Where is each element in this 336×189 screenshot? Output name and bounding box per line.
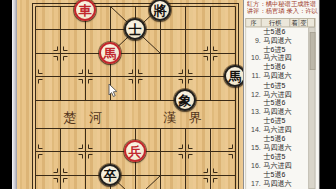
point-marker <box>229 155 233 159</box>
move-row[interactable]: 15.马四退六 <box>246 144 309 153</box>
move-text: 士5退6 <box>262 63 285 72</box>
point-marker <box>204 169 208 173</box>
point-marker <box>89 155 93 159</box>
move-text: 士5退6 <box>262 27 285 36</box>
point-marker <box>139 70 143 74</box>
point-marker <box>139 80 143 84</box>
point-marker <box>64 47 68 51</box>
move-number: 12. <box>246 90 262 99</box>
river-label: 楚 河 漢 界 <box>63 110 202 125</box>
move-number: 17. <box>246 180 262 189</box>
point-marker <box>189 155 193 159</box>
svg-text:河: 河 <box>89 110 102 125</box>
move-list-scrollbar[interactable] <box>308 27 315 189</box>
svg-text:楚: 楚 <box>63 110 76 125</box>
move-number <box>246 63 262 72</box>
column-header-stub <box>308 19 315 27</box>
point-marker <box>89 70 93 74</box>
move-text: 马六进四 <box>262 54 291 63</box>
point-marker <box>129 70 133 74</box>
commentary-info: 讲评：杨官璘 录入：许以 <box>247 8 318 16</box>
move-text: 士5退6 <box>262 135 285 144</box>
piece-black-general[interactable]: 將 <box>149 0 171 21</box>
piece-black-advisor[interactable]: 士 <box>124 18 146 40</box>
column-header-move: 行棋 <box>261 19 290 27</box>
point-marker <box>89 145 93 149</box>
point-marker <box>214 169 218 173</box>
point-marker <box>214 47 218 51</box>
point-marker <box>189 145 193 149</box>
move-text: 士5退6 <box>262 99 285 108</box>
move-number <box>246 45 262 54</box>
point-marker <box>89 80 93 84</box>
move-text: 马四退六 <box>262 108 291 117</box>
move-number: 11. <box>246 72 262 81</box>
xiangqi-board[interactable]: 楚 河 漢 界 車將士馬馬象兵卒 <box>17 0 243 189</box>
point-marker <box>54 57 58 61</box>
move-row[interactable]: 士5退6 <box>246 99 309 108</box>
mouse-cursor-icon <box>108 84 118 98</box>
move-row[interactable]: 士5退6 <box>246 135 309 144</box>
point-marker <box>64 169 68 173</box>
move-text: 马四退六 <box>262 72 291 81</box>
scrollbar-thumb[interactable] <box>310 32 316 70</box>
move-number <box>246 135 262 144</box>
point-marker <box>54 169 58 173</box>
move-number: 16. <box>246 162 262 171</box>
move-number <box>246 81 262 90</box>
point-marker <box>229 145 233 149</box>
point-marker <box>204 57 208 61</box>
point-marker <box>179 155 183 159</box>
move-number: 13. <box>246 108 262 117</box>
svg-text:漢: 漢 <box>163 110 176 125</box>
move-panel: 红方：橘中秘谱王成胜谱 讲评：杨官璘 录入：许以 序 行棋 着 变 士5退69.… <box>243 0 319 189</box>
move-row[interactable]: 9.马四退六 <box>246 36 309 45</box>
move-row[interactable]: 士5退6 <box>246 63 309 72</box>
point-marker <box>39 80 43 84</box>
move-row[interactable]: 士6进5 <box>246 81 309 90</box>
move-row[interactable]: 12.马六进四 <box>246 90 309 99</box>
move-row[interactable]: 士6进5 <box>246 45 309 54</box>
move-row[interactable]: 士5退6 <box>246 27 309 36</box>
column-header-notes: 着 <box>290 19 300 27</box>
move-text: 士6进5 <box>262 117 285 126</box>
move-text: 马四退六 <box>262 144 291 153</box>
move-number: 9. <box>246 36 262 45</box>
point-marker <box>214 179 218 183</box>
move-number: 14. <box>246 126 262 135</box>
move-text: 马四退六 <box>262 180 291 189</box>
red-player-info: 红方：橘中秘谱王成胜谱 <box>247 0 318 8</box>
piece-black-soldier[interactable]: 卒 <box>99 164 121 186</box>
move-number <box>246 153 262 162</box>
move-row[interactable]: 14.马六进四 <box>246 126 309 135</box>
move-list[interactable]: 士5退69.马四退六士6进510.马六进四士5退611.马四退六士6进512.马… <box>245 27 309 189</box>
piece-red-chariot[interactable]: 車 <box>74 0 96 21</box>
move-text: 士6进5 <box>262 153 285 162</box>
move-number: 15. <box>246 144 262 153</box>
point-marker <box>204 179 208 183</box>
piece-red-soldier[interactable]: 兵 <box>124 140 146 162</box>
move-row[interactable]: 士5退6 <box>246 171 309 180</box>
point-marker <box>39 145 43 149</box>
move-number <box>246 27 262 36</box>
point-marker <box>64 57 68 61</box>
move-text: 马六进四 <box>262 162 291 171</box>
move-row[interactable]: 士6进5 <box>246 153 309 162</box>
point-marker <box>214 57 218 61</box>
move-number: 10. <box>246 54 262 63</box>
point-marker <box>79 155 83 159</box>
move-row[interactable]: 10.马六进四 <box>246 54 309 63</box>
move-text: 士6进5 <box>262 81 285 90</box>
point-marker <box>179 70 183 74</box>
move-row[interactable]: 13.马四退六 <box>246 108 309 117</box>
point-marker <box>179 80 183 84</box>
point-marker <box>79 80 83 84</box>
point-marker <box>79 70 83 74</box>
point-marker <box>129 80 133 84</box>
piece-black-elephant[interactable]: 象 <box>174 89 196 111</box>
move-row[interactable]: 11.马四退六 <box>246 72 309 81</box>
column-header-var: 变 <box>300 19 308 27</box>
point-marker <box>79 145 83 149</box>
move-number <box>246 171 262 180</box>
point-marker <box>54 179 58 183</box>
point-marker <box>189 70 193 74</box>
app-window: 楚 河 漢 界 車將士馬馬象兵卒 红方：橘中秘谱王成胜谱 讲评：杨官璘 录入：许… <box>0 0 336 189</box>
move-text: 士5退6 <box>262 171 285 180</box>
point-marker <box>204 47 208 51</box>
point-marker <box>39 70 43 74</box>
move-number <box>246 99 262 108</box>
move-text: 马六进四 <box>262 126 291 135</box>
column-header-number: 序 <box>246 19 261 27</box>
point-marker <box>54 47 58 51</box>
move-text: 马四退六 <box>262 36 291 45</box>
move-row[interactable]: 16.马六进四 <box>246 162 309 171</box>
move-list-header: 序 行棋 着 变 <box>245 18 315 27</box>
move-row[interactable]: 17.马四退六 <box>246 180 309 189</box>
point-marker <box>179 145 183 149</box>
point-marker <box>64 179 68 183</box>
move-number <box>246 117 262 126</box>
point-marker <box>39 155 43 159</box>
svg-text:界: 界 <box>189 110 202 125</box>
move-text: 马六进四 <box>262 90 291 99</box>
move-text: 士6进5 <box>262 45 285 54</box>
move-row[interactable]: 士6进5 <box>246 117 309 126</box>
piece-red-horse[interactable]: 馬 <box>99 42 121 64</box>
point-marker <box>189 80 193 84</box>
